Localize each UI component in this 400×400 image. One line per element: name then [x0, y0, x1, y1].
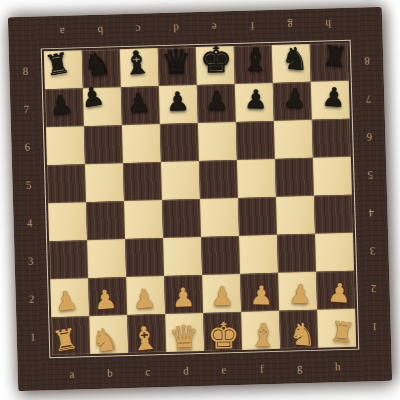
piece-black-queen[interactable]: ♛ — [156, 42, 196, 82]
square-f1[interactable]: ♝ — [241, 311, 280, 350]
piece-white-pawn[interactable]: ♟ — [163, 278, 203, 318]
file-label-bottom-d: d — [166, 354, 205, 387]
square-d2[interactable]: ♟ — [164, 275, 203, 314]
square-c4[interactable] — [124, 200, 163, 239]
square-f7[interactable]: ♟ — [235, 83, 274, 122]
square-e1[interactable]: ♚ — [203, 312, 242, 351]
rank-label-left-4: 4 — [13, 203, 46, 242]
piece-white-pawn[interactable]: ♟ — [45, 280, 87, 322]
square-h5[interactable] — [313, 157, 352, 196]
square-a5[interactable] — [47, 164, 86, 203]
file-label-bottom-c: c — [128, 355, 167, 388]
piece-white-pawn[interactable]: ♟ — [85, 279, 127, 321]
rank-label-left-5: 5 — [12, 165, 45, 204]
piece-white-knight[interactable]: ♞ — [84, 318, 127, 361]
square-f5[interactable] — [237, 159, 276, 198]
square-b1[interactable]: ♞ — [89, 315, 128, 354]
piece-black-king[interactable]: ♚ — [197, 41, 235, 79]
square-a3[interactable] — [49, 240, 88, 279]
square-h6[interactable] — [312, 119, 351, 158]
rank-label-right-2: 2 — [357, 270, 390, 309]
file-label-top-a: a — [43, 15, 82, 48]
square-d4[interactable] — [162, 199, 201, 238]
square-c5[interactable] — [123, 162, 162, 201]
piece-white-pawn[interactable]: ♟ — [124, 278, 165, 319]
square-f8[interactable]: ♝ — [234, 45, 273, 84]
square-c7[interactable]: ♟ — [121, 86, 160, 125]
square-h2[interactable]: ♟ — [316, 271, 355, 310]
square-c3[interactable] — [125, 238, 164, 277]
rank-label-left-6: 6 — [11, 127, 44, 166]
piece-black-pawn[interactable]: ♟ — [197, 81, 236, 120]
square-g1[interactable]: ♞ — [279, 310, 318, 349]
square-d6[interactable] — [160, 123, 199, 162]
file-label-top-g: g — [271, 9, 310, 42]
file-label-bottom-h: h — [318, 350, 357, 383]
square-a2[interactable]: ♟ — [50, 278, 89, 317]
file-label-bottom-b: b — [90, 356, 129, 389]
rank-label-right-7: 7 — [352, 80, 385, 119]
square-f2[interactable]: ♟ — [240, 273, 279, 312]
square-d8[interactable]: ♛ — [158, 47, 197, 86]
square-f4[interactable] — [238, 197, 277, 236]
square-c1[interactable]: ♝ — [127, 314, 166, 353]
square-b5[interactable] — [85, 163, 124, 202]
square-e2[interactable]: ♟ — [202, 274, 241, 313]
piece-white-bishop[interactable]: ♝ — [124, 318, 165, 359]
square-g4[interactable] — [276, 196, 315, 235]
square-b3[interactable] — [87, 239, 126, 278]
piece-white-rook[interactable]: ♜ — [43, 319, 87, 363]
square-e8[interactable]: ♚ — [196, 46, 235, 85]
square-c8[interactable]: ♝ — [120, 48, 159, 87]
rank-label-right-8: 8 — [351, 42, 384, 81]
square-d3[interactable] — [163, 237, 202, 276]
square-h3[interactable] — [315, 233, 354, 272]
square-g7[interactable]: ♟ — [273, 82, 312, 121]
file-label-bottom-g: g — [280, 351, 319, 384]
piece-black-pawn[interactable]: ♟ — [236, 80, 275, 119]
square-a4[interactable] — [48, 202, 87, 241]
file-label-top-h: h — [309, 8, 348, 41]
piece-black-bishop[interactable]: ♝ — [116, 42, 157, 83]
rank-label-right-4: 4 — [355, 194, 388, 233]
piece-black-pawn[interactable]: ♟ — [71, 75, 115, 119]
piece-black-pawn[interactable]: ♟ — [158, 82, 198, 122]
file-label-bottom-f: f — [242, 352, 281, 385]
rank-label-right-3: 3 — [356, 232, 389, 271]
square-g5[interactable] — [275, 158, 314, 197]
playing-field: ♜♞♝♛♚♝♞♜♟♟♟♟♟♟♟♟♟♟♟♟♟♟♟♟♜♞♝♛♚♝♞♜ — [41, 40, 360, 359]
square-f3[interactable] — [239, 235, 278, 274]
rank-label-left-7: 7 — [10, 89, 43, 128]
square-f6[interactable] — [236, 121, 275, 160]
square-b7[interactable]: ♟ — [83, 87, 122, 126]
square-g2[interactable]: ♟ — [278, 272, 317, 311]
file-label-bottom-a: a — [52, 357, 91, 390]
squares-grid: ♜♞♝♛♚♝♞♜♟♟♟♟♟♟♟♟♟♟♟♟♟♟♟♟♜♞♝♛♚♝♞♜ — [44, 43, 356, 355]
square-e7[interactable]: ♟ — [197, 84, 236, 123]
file-label-top-f: f — [233, 10, 272, 43]
piece-white-pawn[interactable]: ♟ — [280, 274, 320, 314]
square-c6[interactable] — [122, 124, 161, 163]
piece-white-king[interactable]: ♚ — [205, 317, 243, 355]
piece-black-rook[interactable]: ♜ — [314, 36, 356, 78]
piece-white-pawn[interactable]: ♟ — [319, 273, 360, 314]
rank-label-left-2: 2 — [15, 279, 48, 318]
file-label-top-b: b — [81, 14, 120, 47]
piece-white-pawn[interactable]: ♟ — [242, 276, 281, 315]
rank-label-right-1: 1 — [358, 308, 391, 347]
rank-label-right-5: 5 — [354, 156, 387, 195]
rank-label-right-6: 6 — [353, 118, 386, 157]
square-d1[interactable]: ♛ — [165, 313, 204, 352]
square-g8[interactable]: ♞ — [272, 44, 311, 83]
square-c2[interactable]: ♟ — [126, 276, 165, 315]
piece-white-queen[interactable]: ♛ — [164, 318, 204, 358]
piece-black-knight[interactable]: ♞ — [275, 38, 316, 79]
square-d5[interactable] — [161, 161, 200, 200]
square-e5[interactable] — [199, 160, 238, 199]
piece-black-pawn[interactable]: ♟ — [275, 79, 315, 119]
square-g3[interactable] — [277, 234, 316, 273]
square-d7[interactable]: ♟ — [159, 85, 198, 124]
piece-white-knight[interactable]: ♞ — [282, 314, 323, 355]
photo-background: abcdefgh abcdefgh 87654321 87654321 ♜♞♝♛… — [0, 0, 400, 400]
square-b2[interactable]: ♟ — [88, 277, 127, 316]
file-label-bottom-e: e — [204, 353, 243, 386]
piece-white-pawn[interactable]: ♟ — [203, 277, 242, 316]
square-e4[interactable] — [200, 198, 239, 237]
square-h7[interactable]: ♟ — [311, 81, 350, 120]
piece-black-pawn[interactable]: ♟ — [119, 82, 160, 123]
chess-board: abcdefgh abcdefgh 87654321 87654321 ♜♞♝♛… — [8, 7, 392, 391]
square-b6[interactable] — [84, 125, 123, 164]
piece-white-bishop[interactable]: ♝ — [244, 316, 283, 355]
square-g6[interactable] — [274, 120, 313, 159]
square-e3[interactable] — [201, 236, 240, 275]
piece-white-rook[interactable]: ♜ — [321, 312, 363, 354]
square-h4[interactable] — [314, 195, 353, 234]
square-h1[interactable]: ♜ — [317, 309, 356, 348]
piece-black-bishop[interactable]: ♝ — [236, 40, 275, 79]
square-b4[interactable] — [86, 201, 125, 240]
square-a6[interactable] — [46, 126, 85, 165]
rank-label-left-3: 3 — [14, 241, 47, 280]
square-e6[interactable] — [198, 122, 237, 161]
piece-black-pawn[interactable]: ♟ — [313, 77, 354, 118]
